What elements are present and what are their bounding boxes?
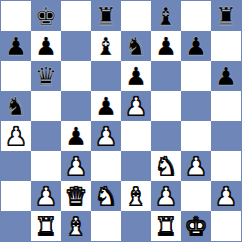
square-g3[interactable]: ♟ [181, 151, 211, 181]
square-g6[interactable] [181, 61, 211, 91]
square-c7[interactable] [61, 31, 91, 61]
square-f6[interactable] [151, 61, 181, 91]
square-b7[interactable]: ♟ [31, 31, 61, 61]
square-f1[interactable]: ♜ [151, 211, 181, 241]
piece-white-pawn[interactable]: ♟ [35, 184, 57, 209]
square-e4[interactable] [121, 121, 151, 151]
square-c4[interactable]: ♟ [61, 121, 91, 151]
square-c2[interactable]: ♛ [61, 181, 91, 211]
square-f8[interactable]: ♝ [151, 1, 181, 31]
square-a2[interactable] [1, 181, 31, 211]
square-f7[interactable]: ♟ [151, 31, 181, 61]
square-c6[interactable] [61, 61, 91, 91]
square-f4[interactable] [151, 121, 181, 151]
square-e2[interactable]: ♝ [121, 181, 151, 211]
square-b4[interactable] [31, 121, 61, 151]
square-g1[interactable]: ♚ [181, 211, 211, 241]
piece-white-rook[interactable]: ♜ [155, 214, 177, 239]
square-d5[interactable]: ♟ [91, 91, 121, 121]
square-h1[interactable] [211, 211, 241, 241]
piece-white-pawn[interactable]: ♟ [185, 154, 207, 179]
square-b3[interactable] [31, 151, 61, 181]
square-g7[interactable]: ♟ [181, 31, 211, 61]
square-d4[interactable]: ♟ [91, 121, 121, 151]
chess-board: ♚♜♝♜♟♟♝♞♟♟♛♟♟♞♟♟♟♟♟♟♞♟♟♛♞♝♟♟♜♝♜♚ [0, 0, 242, 242]
piece-black-king[interactable]: ♚ [35, 4, 57, 29]
square-d6[interactable] [91, 61, 121, 91]
piece-white-pawn[interactable]: ♟ [95, 124, 117, 149]
square-d1[interactable] [91, 211, 121, 241]
square-e1[interactable] [121, 211, 151, 241]
square-a7[interactable]: ♟ [1, 31, 31, 61]
piece-white-pawn[interactable]: ♟ [215, 184, 237, 209]
square-c3[interactable]: ♟ [61, 151, 91, 181]
square-g5[interactable] [181, 91, 211, 121]
piece-black-pawn[interactable]: ♟ [155, 34, 177, 59]
piece-white-rook[interactable]: ♜ [35, 214, 57, 239]
piece-black-pawn[interactable]: ♟ [65, 124, 87, 149]
square-h2[interactable]: ♟ [211, 181, 241, 211]
square-d2[interactable]: ♞ [91, 181, 121, 211]
square-a8[interactable] [1, 1, 31, 31]
square-d7[interactable]: ♝ [91, 31, 121, 61]
square-b5[interactable] [31, 91, 61, 121]
square-h5[interactable] [211, 91, 241, 121]
square-h6[interactable]: ♟ [211, 61, 241, 91]
piece-white-pawn[interactable]: ♟ [65, 154, 87, 179]
piece-black-pawn[interactable]: ♟ [35, 34, 57, 59]
square-d3[interactable] [91, 151, 121, 181]
piece-white-pawn[interactable]: ♟ [5, 124, 27, 149]
piece-white-pawn[interactable]: ♟ [155, 184, 177, 209]
square-e3[interactable] [121, 151, 151, 181]
piece-black-knight[interactable]: ♞ [5, 94, 27, 119]
piece-white-queen[interactable]: ♛ [65, 184, 87, 209]
piece-black-pawn[interactable]: ♟ [185, 34, 207, 59]
square-c5[interactable] [61, 91, 91, 121]
square-e6[interactable]: ♟ [121, 61, 151, 91]
square-f2[interactable]: ♟ [151, 181, 181, 211]
square-a1[interactable] [1, 211, 31, 241]
square-a3[interactable] [1, 151, 31, 181]
square-d8[interactable]: ♜ [91, 1, 121, 31]
piece-black-rook[interactable]: ♜ [95, 4, 117, 29]
square-h7[interactable] [211, 31, 241, 61]
square-e8[interactable] [121, 1, 151, 31]
piece-white-bishop[interactable]: ♝ [125, 184, 147, 209]
square-g2[interactable] [181, 181, 211, 211]
square-c1[interactable]: ♝ [61, 211, 91, 241]
square-h3[interactable] [211, 151, 241, 181]
square-c8[interactable] [61, 1, 91, 31]
square-g4[interactable] [181, 121, 211, 151]
piece-black-pawn[interactable]: ♟ [5, 34, 27, 59]
piece-black-bishop[interactable]: ♝ [155, 4, 177, 29]
square-b8[interactable]: ♚ [31, 1, 61, 31]
piece-white-king[interactable]: ♚ [185, 214, 207, 239]
piece-black-pawn[interactable]: ♟ [95, 94, 117, 119]
square-h4[interactable] [211, 121, 241, 151]
square-a5[interactable]: ♞ [1, 91, 31, 121]
piece-black-pawn[interactable]: ♟ [125, 64, 147, 89]
square-a4[interactable]: ♟ [1, 121, 31, 151]
piece-white-bishop[interactable]: ♝ [65, 214, 87, 239]
square-b1[interactable]: ♜ [31, 211, 61, 241]
square-e5[interactable]: ♟ [121, 91, 151, 121]
piece-white-pawn[interactable]: ♟ [125, 94, 147, 119]
piece-white-knight[interactable]: ♞ [155, 154, 177, 179]
piece-white-knight[interactable]: ♞ [95, 184, 117, 209]
piece-black-knight[interactable]: ♞ [125, 34, 147, 59]
square-f3[interactable]: ♞ [151, 151, 181, 181]
square-b6[interactable]: ♛ [31, 61, 61, 91]
square-g8[interactable] [181, 1, 211, 31]
piece-black-bishop[interactable]: ♝ [95, 34, 117, 59]
square-a6[interactable] [1, 61, 31, 91]
square-f5[interactable] [151, 91, 181, 121]
square-b2[interactable]: ♟ [31, 181, 61, 211]
piece-black-queen[interactable]: ♛ [35, 64, 57, 89]
square-h8[interactable]: ♜ [211, 1, 241, 31]
piece-black-pawn[interactable]: ♟ [215, 64, 237, 89]
square-e7[interactable]: ♞ [121, 31, 151, 61]
piece-black-rook[interactable]: ♜ [215, 4, 237, 29]
